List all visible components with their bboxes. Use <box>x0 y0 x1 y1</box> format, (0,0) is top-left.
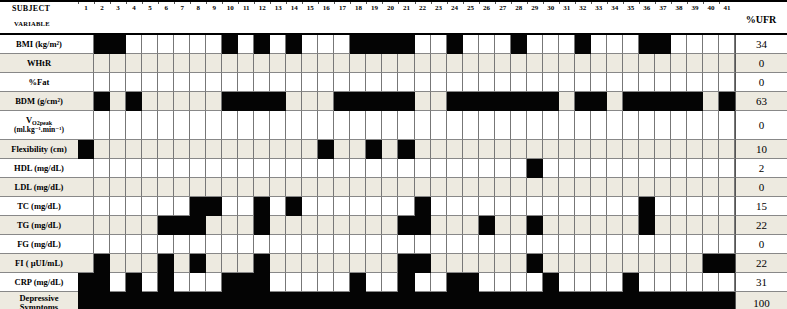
cell-r14-s8-unfavorable <box>190 292 206 309</box>
variable-row-4: BDM (g/cm²)63 <box>0 92 787 111</box>
cell-r12-s18-favorable <box>350 254 366 273</box>
cell-r10-s19-favorable <box>366 216 382 235</box>
cell-r3-s23-favorable <box>431 73 447 92</box>
cell-r8-s22-favorable <box>415 178 431 197</box>
cell-r9-s13-favorable <box>270 197 286 216</box>
cell-r3-s14-favorable <box>286 73 302 92</box>
cell-r3-s5-favorable <box>142 73 158 92</box>
cell-r1-s7-favorable <box>174 35 190 54</box>
cell-r5-s32-favorable <box>575 111 591 140</box>
cell-r8-s24-favorable <box>447 178 463 197</box>
cell-r12-s38-favorable <box>671 254 687 273</box>
cell-r11-s23-favorable <box>431 235 447 254</box>
cell-r8-s6-favorable <box>158 178 174 197</box>
cell-r5-s12-favorable <box>254 111 270 140</box>
subject-number-8: 8 <box>190 2 206 16</box>
cell-r7-s32-favorable <box>575 159 591 178</box>
cell-r3-s13-favorable <box>270 73 286 92</box>
cell-r3-s41-favorable <box>719 73 735 92</box>
cell-r8-s8-favorable <box>190 178 206 197</box>
cell-r5-s9-favorable <box>206 111 222 140</box>
cell-r8-s4-favorable <box>126 178 142 197</box>
cell-r1-s10-unfavorable <box>222 35 238 54</box>
cell-r13-s36-favorable <box>639 273 655 292</box>
cell-r7-s22-favorable <box>415 159 431 178</box>
cell-r7-s2-favorable <box>94 159 110 178</box>
cell-r5-s11-favorable <box>238 111 254 140</box>
cell-r13-s17-favorable <box>334 273 350 292</box>
cell-r10-s25-favorable <box>463 216 479 235</box>
cell-r3-s1-favorable <box>78 73 94 92</box>
cell-r8-s27-favorable <box>495 178 511 197</box>
cell-r14-s41-unfavorable <box>719 292 735 309</box>
ufr-value: 34 <box>735 35 787 54</box>
subject-number-35: 35 <box>623 2 639 16</box>
cell-r7-s30-favorable <box>543 159 559 178</box>
cell-r9-s10-favorable <box>222 197 238 216</box>
cell-r3-s18-favorable <box>350 73 366 92</box>
cell-r2-s21-favorable <box>398 54 414 73</box>
cell-r11-s27-favorable <box>495 235 511 254</box>
ufr-value: 22 <box>735 216 787 235</box>
cell-r2-s28-favorable <box>511 54 527 73</box>
cell-r3-s40-favorable <box>703 73 719 92</box>
cell-r12-s35-favorable <box>623 254 639 273</box>
cell-r7-s8-favorable <box>190 159 206 178</box>
cell-r5-s35-favorable <box>623 111 639 140</box>
cell-r11-s28-favorable <box>511 235 527 254</box>
cell-r6-s16-unfavorable <box>318 140 334 159</box>
cell-r4-s21-unfavorable <box>398 92 414 111</box>
row-label: FI ( µUI/mL) <box>0 254 78 273</box>
cell-r2-s36-favorable <box>639 54 655 73</box>
cell-r10-s2-favorable <box>94 216 110 235</box>
cell-r4-s4-unfavorable <box>126 92 142 111</box>
cell-r14-s20-unfavorable <box>382 292 398 309</box>
ufr-header-label: %UFR <box>735 2 787 25</box>
cell-r4-s13-unfavorable <box>270 92 286 111</box>
cell-r4-s20-unfavorable <box>382 92 398 111</box>
cell-r5-s16-favorable <box>318 111 334 140</box>
cell-r8-s32-favorable <box>575 178 591 197</box>
cell-r1-s14-unfavorable <box>286 35 302 54</box>
cell-r10-s41-favorable <box>719 216 735 235</box>
cell-r6-s5-favorable <box>142 140 158 159</box>
cell-r14-s39-unfavorable <box>687 292 703 309</box>
cell-r11-s16-favorable <box>318 235 334 254</box>
cell-r3-s10-favorable <box>222 73 238 92</box>
ufr-value: 2 <box>735 159 787 178</box>
subject-number-14: 14 <box>286 2 302 16</box>
cell-r9-s22-unfavorable <box>415 197 431 216</box>
cell-r11-s19-favorable <box>366 235 382 254</box>
cell-r10-s14-favorable <box>286 216 302 235</box>
cell-r13-s24-unfavorable <box>447 273 463 292</box>
cell-r13-s41-favorable <box>719 273 735 292</box>
cell-r5-s28-favorable <box>511 111 527 140</box>
cell-r9-s31-favorable <box>559 197 575 216</box>
cell-r13-s13-favorable <box>270 273 286 292</box>
cell-r10-s21-unfavorable <box>398 216 414 235</box>
cell-r3-s2-favorable <box>94 73 110 92</box>
cell-r12-s21-unfavorable <box>398 254 414 273</box>
cell-r9-s28-favorable <box>511 197 527 216</box>
cell-r12-s33-favorable <box>591 254 607 273</box>
cell-r8-s16-favorable <box>318 178 334 197</box>
cell-r3-s35-favorable <box>623 73 639 92</box>
cell-r14-s23-unfavorable <box>431 292 447 309</box>
cell-r6-s8-favorable <box>190 140 206 159</box>
cell-r12-s16-favorable <box>318 254 334 273</box>
cell-r8-s40-favorable <box>703 178 719 197</box>
cell-r11-s33-favorable <box>591 235 607 254</box>
cell-r6-s39-favorable <box>687 140 703 159</box>
cell-r5-s41-favorable <box>719 111 735 140</box>
cell-r6-s24-favorable <box>447 140 463 159</box>
cell-r9-s21-favorable <box>398 197 414 216</box>
cell-r2-s13-favorable <box>270 54 286 73</box>
cell-r5-s36-favorable <box>639 111 655 140</box>
cell-r9-s30-favorable <box>543 197 559 216</box>
cell-r10-s16-favorable <box>318 216 334 235</box>
cell-r14-s38-unfavorable <box>671 292 687 309</box>
cell-r13-s23-favorable <box>431 273 447 292</box>
cell-r6-s6-favorable <box>158 140 174 159</box>
cell-r11-s3-favorable <box>110 235 126 254</box>
subject-header-label: SUBJECT <box>0 2 78 16</box>
cell-r7-s33-favorable <box>591 159 607 178</box>
cell-r3-s33-favorable <box>591 73 607 92</box>
cell-r2-s9-favorable <box>206 54 222 73</box>
cell-r1-s41-favorable <box>719 35 735 54</box>
cell-r6-s3-favorable <box>110 140 126 159</box>
cell-r8-s10-favorable <box>222 178 238 197</box>
cell-r3-s15-favorable <box>302 73 318 92</box>
cell-r8-s30-favorable <box>543 178 559 197</box>
cell-r3-s16-favorable <box>318 73 334 92</box>
cell-r1-s1-favorable <box>78 35 94 54</box>
cell-r10-s29-unfavorable <box>527 216 543 235</box>
variable-header-label: VARIABLE <box>0 20 50 27</box>
cell-r12-s37-favorable <box>655 254 671 273</box>
cell-r4-s41-unfavorable <box>719 92 735 111</box>
subject-number-20: 20 <box>382 2 398 16</box>
subject-number-32: 32 <box>575 2 591 16</box>
cell-r14-s2-unfavorable <box>94 292 110 309</box>
cell-r12-s25-favorable <box>463 254 479 273</box>
cell-r13-s29-favorable <box>527 273 543 292</box>
cell-r14-s10-unfavorable <box>222 292 238 309</box>
cell-r12-s32-favorable <box>575 254 591 273</box>
cell-r13-s21-unfavorable <box>398 273 414 292</box>
matrix-body: BMI (kg/m²)34WHtR0%Fat0BDM (g/cm²)63VO2p… <box>0 33 787 309</box>
cell-r4-s16-favorable <box>318 92 334 111</box>
cell-r8-s35-favorable <box>623 178 639 197</box>
cell-r3-s3-favorable <box>110 73 126 92</box>
cell-r14-s28-unfavorable <box>511 292 527 309</box>
cell-r12-s5-favorable <box>142 254 158 273</box>
cell-r7-s39-favorable <box>687 159 703 178</box>
row-label: Flexibility (cm) <box>0 140 78 159</box>
cell-r5-s21-favorable <box>398 111 414 140</box>
subject-number-39: 39 <box>687 2 703 16</box>
cell-r7-s7-favorable <box>174 159 190 178</box>
cell-r4-s17-unfavorable <box>334 92 350 111</box>
cell-r13-s7-favorable <box>174 273 190 292</box>
cell-r12-s39-favorable <box>687 254 703 273</box>
subject-number-41: 41 <box>719 2 735 16</box>
cell-r11-s2-favorable <box>94 235 110 254</box>
cell-r12-s15-favorable <box>302 254 318 273</box>
cell-r11-s34-favorable <box>607 235 623 254</box>
cell-r14-s25-unfavorable <box>463 292 479 309</box>
cell-r9-s35-favorable <box>623 197 639 216</box>
cell-r2-s29-favorable <box>527 54 543 73</box>
cell-r3-s28-favorable <box>511 73 527 92</box>
cell-r4-s24-unfavorable <box>447 92 463 111</box>
cell-r10-s18-favorable <box>350 216 366 235</box>
cell-r6-s14-favorable <box>286 140 302 159</box>
cell-r4-s1-favorable <box>78 92 94 111</box>
cell-r2-s4-favorable <box>126 54 142 73</box>
cell-r2-s32-favorable <box>575 54 591 73</box>
cell-r7-s11-favorable <box>238 159 254 178</box>
subject-number-33: 33 <box>591 2 607 16</box>
row-label: TC (mg/dL) <box>0 197 78 216</box>
cell-r12-s8-unfavorable <box>190 254 206 273</box>
cell-r6-s21-unfavorable <box>398 140 414 159</box>
cell-r6-s7-favorable <box>174 140 190 159</box>
subject-number-9: 9 <box>206 2 222 16</box>
cell-r13-s19-favorable <box>366 273 382 292</box>
cell-r5-s31-favorable <box>559 111 575 140</box>
row-label: LDL (mg/dL) <box>0 178 78 197</box>
cell-r2-s7-favorable <box>174 54 190 73</box>
cell-r7-s12-favorable <box>254 159 270 178</box>
subject-number-18: 18 <box>350 2 366 16</box>
cell-r12-s23-favorable <box>431 254 447 273</box>
cell-r7-s28-favorable <box>511 159 527 178</box>
cell-r13-s26-favorable <box>479 273 495 292</box>
cell-r14-s40-unfavorable <box>703 292 719 309</box>
cell-r11-s14-favorable <box>286 235 302 254</box>
cell-r13-s25-unfavorable <box>463 273 479 292</box>
cell-r7-s9-favorable <box>206 159 222 178</box>
cell-r11-s26-favorable <box>479 235 495 254</box>
cell-r1-s4-favorable <box>126 35 142 54</box>
cell-r9-s17-favorable <box>334 197 350 216</box>
cell-r4-s25-unfavorable <box>463 92 479 111</box>
cell-r12-s19-favorable <box>366 254 382 273</box>
subject-number-27: 27 <box>495 2 511 16</box>
cell-r10-s12-unfavorable <box>254 216 270 235</box>
cell-r9-s24-favorable <box>447 197 463 216</box>
cell-r8-s13-favorable <box>270 178 286 197</box>
cell-r10-s20-favorable <box>382 216 398 235</box>
cell-r3-s20-favorable <box>382 73 398 92</box>
variable-row-8: LDL (mg/dL)0 <box>0 178 787 197</box>
cell-r10-s27-favorable <box>495 216 511 235</box>
cell-r11-s35-favorable <box>623 235 639 254</box>
cell-r13-s9-favorable <box>206 273 222 292</box>
cell-r3-s34-favorable <box>607 73 623 92</box>
cell-r13-s31-favorable <box>559 273 575 292</box>
cell-r5-s25-favorable <box>463 111 479 140</box>
subject-number-1: 1 <box>78 2 94 16</box>
cell-r11-s18-favorable <box>350 235 366 254</box>
cell-r9-s40-favorable <box>703 197 719 216</box>
cell-r7-s13-favorable <box>270 159 286 178</box>
variable-row-3: %Fat0 <box>0 73 787 92</box>
subject-number-7: 7 <box>174 2 190 16</box>
ufr-value: 0 <box>735 111 787 140</box>
cell-r7-s34-favorable <box>607 159 623 178</box>
cell-r8-s33-favorable <box>591 178 607 197</box>
cell-r13-s28-favorable <box>511 273 527 292</box>
cell-r2-s11-favorable <box>238 54 254 73</box>
cell-r10-s1-favorable <box>78 216 94 235</box>
cell-r4-s3-favorable <box>110 92 126 111</box>
cell-r9-s34-favorable <box>607 197 623 216</box>
cell-r9-s16-favorable <box>318 197 334 216</box>
cell-r12-s36-favorable <box>639 254 655 273</box>
cell-r12-s24-favorable <box>447 254 463 273</box>
cell-r5-s34-favorable <box>607 111 623 140</box>
cell-r1-s20-unfavorable <box>382 35 398 54</box>
cell-r14-s11-unfavorable <box>238 292 254 309</box>
cell-r13-s22-favorable <box>415 273 431 292</box>
cell-r8-s23-favorable <box>431 178 447 197</box>
cell-r6-s2-favorable <box>94 140 110 159</box>
subject-number-25: 25 <box>463 2 479 16</box>
cell-r3-s25-favorable <box>463 73 479 92</box>
cell-r9-s27-favorable <box>495 197 511 216</box>
cell-r14-s26-unfavorable <box>479 292 495 309</box>
cell-r10-s7-unfavorable <box>174 216 190 235</box>
cell-r5-s1-favorable <box>78 111 94 140</box>
cell-r5-s33-favorable <box>591 111 607 140</box>
cell-r1-s16-favorable <box>318 35 334 54</box>
subject-number-13: 13 <box>270 2 286 16</box>
cell-r12-s22-unfavorable <box>415 254 431 273</box>
cell-r10-s23-favorable <box>431 216 447 235</box>
cell-r3-s6-favorable <box>158 73 174 92</box>
cell-r10-s6-unfavorable <box>158 216 174 235</box>
cell-r12-s10-favorable <box>222 254 238 273</box>
cell-r14-s32-unfavorable <box>575 292 591 309</box>
cell-r7-s38-favorable <box>671 159 687 178</box>
subject-number-38: 38 <box>671 2 687 16</box>
cell-r2-s3-favorable <box>110 54 126 73</box>
cell-r1-s9-favorable <box>206 35 222 54</box>
cell-r5-s26-favorable <box>479 111 495 140</box>
cell-r2-s39-favorable <box>687 54 703 73</box>
cell-r13-s39-favorable <box>687 273 703 292</box>
cell-r11-s1-favorable <box>78 235 94 254</box>
cell-r6-s19-unfavorable <box>366 140 382 159</box>
cell-r7-s17-favorable <box>334 159 350 178</box>
cell-r2-s34-favorable <box>607 54 623 73</box>
cell-r12-s3-favorable <box>110 254 126 273</box>
cell-r5-s13-favorable <box>270 111 286 140</box>
cell-r1-s23-favorable <box>431 35 447 54</box>
cell-r3-s38-favorable <box>671 73 687 92</box>
cell-r4-s34-favorable <box>607 92 623 111</box>
cell-r14-s27-unfavorable <box>495 292 511 309</box>
cell-r7-s24-favorable <box>447 159 463 178</box>
cell-r2-s14-favorable <box>286 54 302 73</box>
cell-r5-s4-favorable <box>126 111 142 140</box>
cell-r5-s3-favorable <box>110 111 126 140</box>
cell-r2-s22-favorable <box>415 54 431 73</box>
cell-r11-s24-favorable <box>447 235 463 254</box>
cell-r10-s3-favorable <box>110 216 126 235</box>
cell-r1-s19-unfavorable <box>366 35 382 54</box>
cell-r5-s27-favorable <box>495 111 511 140</box>
cell-r11-s36-favorable <box>639 235 655 254</box>
cell-r14-s33-unfavorable <box>591 292 607 309</box>
cell-r13-s1-unfavorable <box>78 273 94 292</box>
cell-r13-s40-favorable <box>703 273 719 292</box>
variable-row-14: DepressiveSymptoms100 <box>0 292 787 309</box>
cell-r9-s1-favorable <box>78 197 94 216</box>
cell-r8-s41-favorable <box>719 178 735 197</box>
cell-r10-s33-favorable <box>591 216 607 235</box>
cell-r10-s17-favorable <box>334 216 350 235</box>
cell-r1-s24-unfavorable <box>447 35 463 54</box>
cell-r4-s9-favorable <box>206 92 222 111</box>
cell-r11-s20-favorable <box>382 235 398 254</box>
variable-row-9: TC (mg/dL)15 <box>0 197 787 216</box>
cell-r2-s25-favorable <box>463 54 479 73</box>
subject-number-28: 28 <box>511 2 527 16</box>
cell-r14-s34-unfavorable <box>607 292 623 309</box>
cell-r4-s5-favorable <box>142 92 158 111</box>
row-label: TG (mg/dL) <box>0 216 78 235</box>
subject-number-22: 22 <box>415 2 431 16</box>
cell-r8-s31-favorable <box>559 178 575 197</box>
cell-r2-s37-favorable <box>655 54 671 73</box>
cell-r14-s3-unfavorable <box>110 292 126 309</box>
cell-r10-s8-unfavorable <box>190 216 206 235</box>
cell-r7-s23-favorable <box>431 159 447 178</box>
cell-r12-s11-favorable <box>238 254 254 273</box>
cell-r4-s7-favorable <box>174 92 190 111</box>
cell-r10-s32-favorable <box>575 216 591 235</box>
cell-r2-s31-favorable <box>559 54 575 73</box>
ufr-value: 15 <box>735 197 787 216</box>
cell-r1-s32-unfavorable <box>575 35 591 54</box>
subject-number-4: 4 <box>126 2 142 16</box>
cell-r5-s22-favorable <box>415 111 431 140</box>
cell-r8-s1-favorable <box>78 178 94 197</box>
cell-r9-s38-favorable <box>671 197 687 216</box>
cell-r4-s37-unfavorable <box>655 92 671 111</box>
cell-r13-s33-favorable <box>591 273 607 292</box>
cell-r7-s16-favorable <box>318 159 334 178</box>
cell-r2-s33-favorable <box>591 54 607 73</box>
cell-r2-s20-favorable <box>382 54 398 73</box>
subject-number-19: 19 <box>366 2 382 16</box>
cell-r11-s12-favorable <box>254 235 270 254</box>
cell-r6-s27-favorable <box>495 140 511 159</box>
cell-r12-s20-favorable <box>382 254 398 273</box>
cell-r6-s17-favorable <box>334 140 350 159</box>
cell-r13-s20-favorable <box>382 273 398 292</box>
cell-r6-s30-favorable <box>543 140 559 159</box>
cell-r5-s19-favorable <box>366 111 382 140</box>
ufr-value: 0 <box>735 54 787 73</box>
